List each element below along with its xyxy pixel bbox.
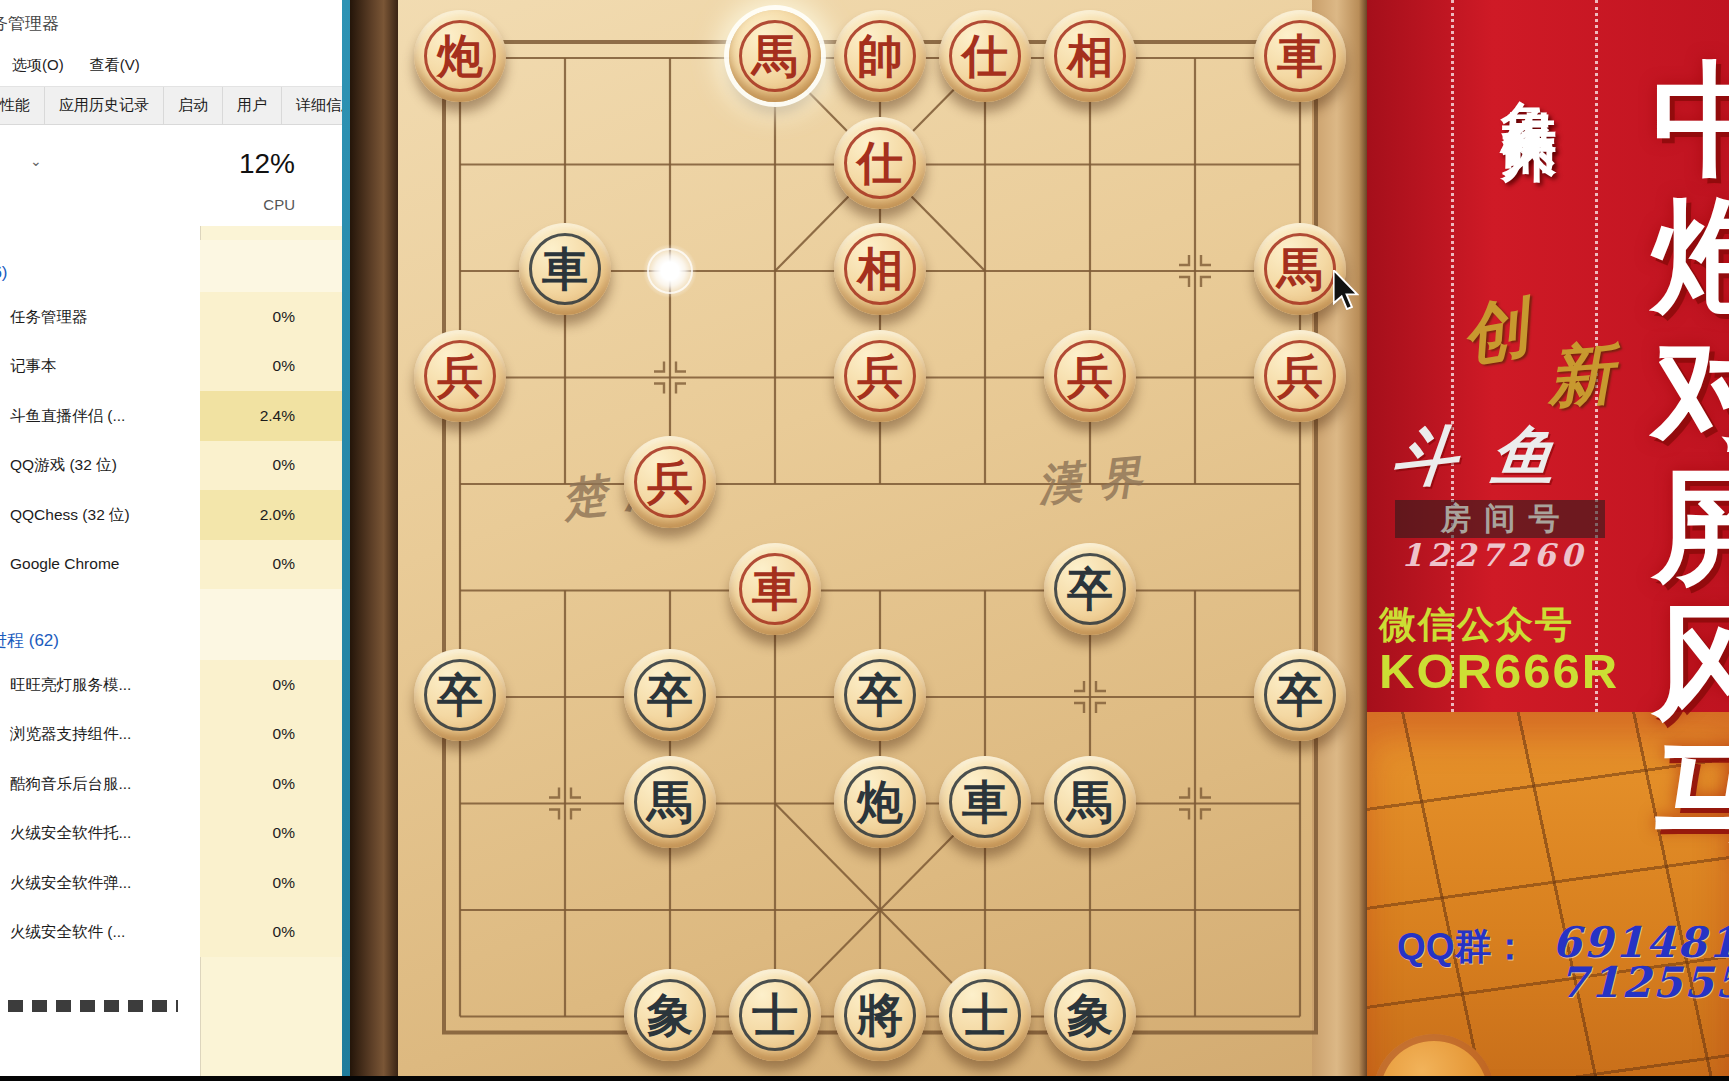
douyu-logo: 斗鱼 (1390, 424, 1593, 488)
process-row[interactable]: 火绒安全软件 (...0% (0, 908, 342, 958)
piece-red-e0[interactable]: 帥 (834, 10, 926, 102)
piece-red-i3[interactable]: 兵 (1254, 330, 1346, 422)
room-number-bar: 房间号 (1395, 500, 1605, 538)
process-row[interactable]: 记事本0% (0, 342, 342, 392)
window-gap (342, 0, 350, 1081)
menu-bar: 选项(O)查看(V) (12, 56, 166, 75)
task-manager-window: 任务管理器 选项(O)查看(V) 性能应用历史记录启动用户详细信息 ⌄ 12% … (0, 0, 342, 1081)
process-row[interactable]: 浏览器支持组件...0% (0, 710, 342, 760)
group-header[interactable]: 进程 (62) (0, 589, 342, 660)
screen: 任务管理器 选项(O)查看(V) 性能应用历史记录启动用户详细信息 ⌄ 12% … (0, 0, 1729, 1081)
piece-black-d9[interactable]: 士 (729, 969, 821, 1061)
process-row[interactable]: 斗鱼直播伴侣 (...2.4% (0, 391, 342, 441)
room-number: 1227260 (1401, 540, 1587, 571)
piece-red-a3[interactable]: 兵 (414, 330, 506, 422)
cpu-total-percent: 12% (0, 148, 295, 180)
process-row[interactable]: 火绒安全软件托...0% (0, 809, 342, 859)
tab-3[interactable]: 用户 (223, 87, 282, 124)
last-move-sparkle (642, 243, 698, 299)
piece-black-f9[interactable]: 士 (939, 969, 1031, 1061)
xiangqi-game-window: 楚河 漢界 炮馬帥仕相車仕相馬兵兵兵兵兵車車卒卒卒卒卒馬炮車馬象士將士象 (350, 0, 1367, 1081)
bottom-black-bar (0, 1076, 1729, 1081)
piece-red-e3[interactable]: 兵 (834, 330, 926, 422)
menu-view[interactable]: 查看(V) (90, 56, 140, 73)
piece-black-c7[interactable]: 馬 (624, 756, 716, 848)
piece-red-d5[interactable]: 車 (729, 543, 821, 635)
menu-options[interactable]: 选项(O) (12, 56, 64, 73)
piece-red-g0[interactable]: 相 (1044, 10, 1136, 102)
river-label-right: 漢界 (1036, 453, 1159, 507)
tab-1[interactable]: 应用历史记录 (45, 87, 164, 124)
stream-ad-banner: 象棋大师 创 新 斗鱼 房间号 1227260 微信公众号 KOR666R 中炮… (1367, 0, 1729, 1081)
piece-red-a0[interactable]: 炮 (414, 10, 506, 102)
piece-black-g9[interactable]: 象 (1044, 969, 1136, 1061)
piece-black-a6[interactable]: 卒 (414, 649, 506, 741)
piece-red-g3[interactable]: 兵 (1044, 330, 1136, 422)
piece-black-c6[interactable]: 卒 (624, 649, 716, 741)
piece-black-f7[interactable]: 車 (939, 756, 1031, 848)
piece-red-f0[interactable]: 仕 (939, 10, 1031, 102)
piece-red-d0[interactable]: 馬 (729, 10, 821, 102)
piece-black-b2[interactable]: 車 (519, 223, 611, 315)
wechat-id: KOR666R (1379, 643, 1619, 699)
piece-red-i0[interactable]: 車 (1254, 10, 1346, 102)
process-row[interactable]: QQChess (32 位)2.0% (0, 490, 342, 540)
process-list: 应用 (6)任务管理器0%记事本0%斗鱼直播伴侣 (...2.4%QQ游戏 (3… (0, 240, 342, 957)
headline-char-5: 马 (1652, 736, 1729, 860)
headline-char-3: 屏 (1652, 465, 1729, 589)
process-row[interactable]: QQ游戏 (32 位)0% (0, 441, 342, 491)
room-label: 房间号 (1441, 498, 1573, 540)
headline-char-0: 中 (1652, 58, 1729, 182)
process-row[interactable]: 任务管理器0% (0, 292, 342, 342)
process-row[interactable]: Google Chrome0% (0, 540, 342, 590)
cpu-column-header[interactable]: CPU (0, 196, 295, 213)
piece-red-e2[interactable]: 相 (834, 223, 926, 315)
qq-group-number-2: 7125550 (1559, 962, 1729, 1004)
piece-black-i6[interactable]: 卒 (1254, 649, 1346, 741)
group-header[interactable]: 应用 (6) (0, 240, 342, 292)
qq-group-label: QQ群： (1397, 922, 1529, 972)
tab-2[interactable]: 启动 (164, 87, 223, 124)
headline-char-4: 风 (1652, 600, 1729, 724)
script-char-xin: 新 (1545, 340, 1615, 410)
piece-black-g7[interactable]: 馬 (1044, 756, 1136, 848)
mouse-cursor (1333, 270, 1359, 310)
piece-black-e6[interactable]: 卒 (834, 649, 926, 741)
piece-black-g5[interactable]: 卒 (1044, 543, 1136, 635)
process-row[interactable]: 旺旺亮灯服务模...0% (0, 660, 342, 710)
piece-red-c4[interactable]: 兵 (624, 436, 716, 528)
window-title: 任务管理器 (0, 12, 59, 35)
piece-black-c9[interactable]: 象 (624, 969, 716, 1061)
clipped-row (8, 1000, 178, 1012)
piece-red-e1[interactable]: 仕 (834, 117, 926, 209)
piece-black-e7[interactable]: 炮 (834, 756, 926, 848)
tab-bar: 性能应用历史记录启动用户详细信息 (0, 87, 342, 125)
headline-char-2: 对 (1652, 329, 1729, 453)
script-char-chuang: 创 (1457, 293, 1533, 369)
tab-4[interactable]: 详细信息 (282, 87, 342, 124)
process-row[interactable]: 酷狗音乐后台服...0% (0, 759, 342, 809)
process-row[interactable]: 火绒安全软件弹...0% (0, 858, 342, 908)
headline-char-1: 炮 (1652, 194, 1729, 318)
banner-title: 象棋大师 (1491, 56, 1567, 96)
piece-black-e9[interactable]: 將 (834, 969, 926, 1061)
tab-0[interactable]: 性能 (0, 87, 45, 124)
